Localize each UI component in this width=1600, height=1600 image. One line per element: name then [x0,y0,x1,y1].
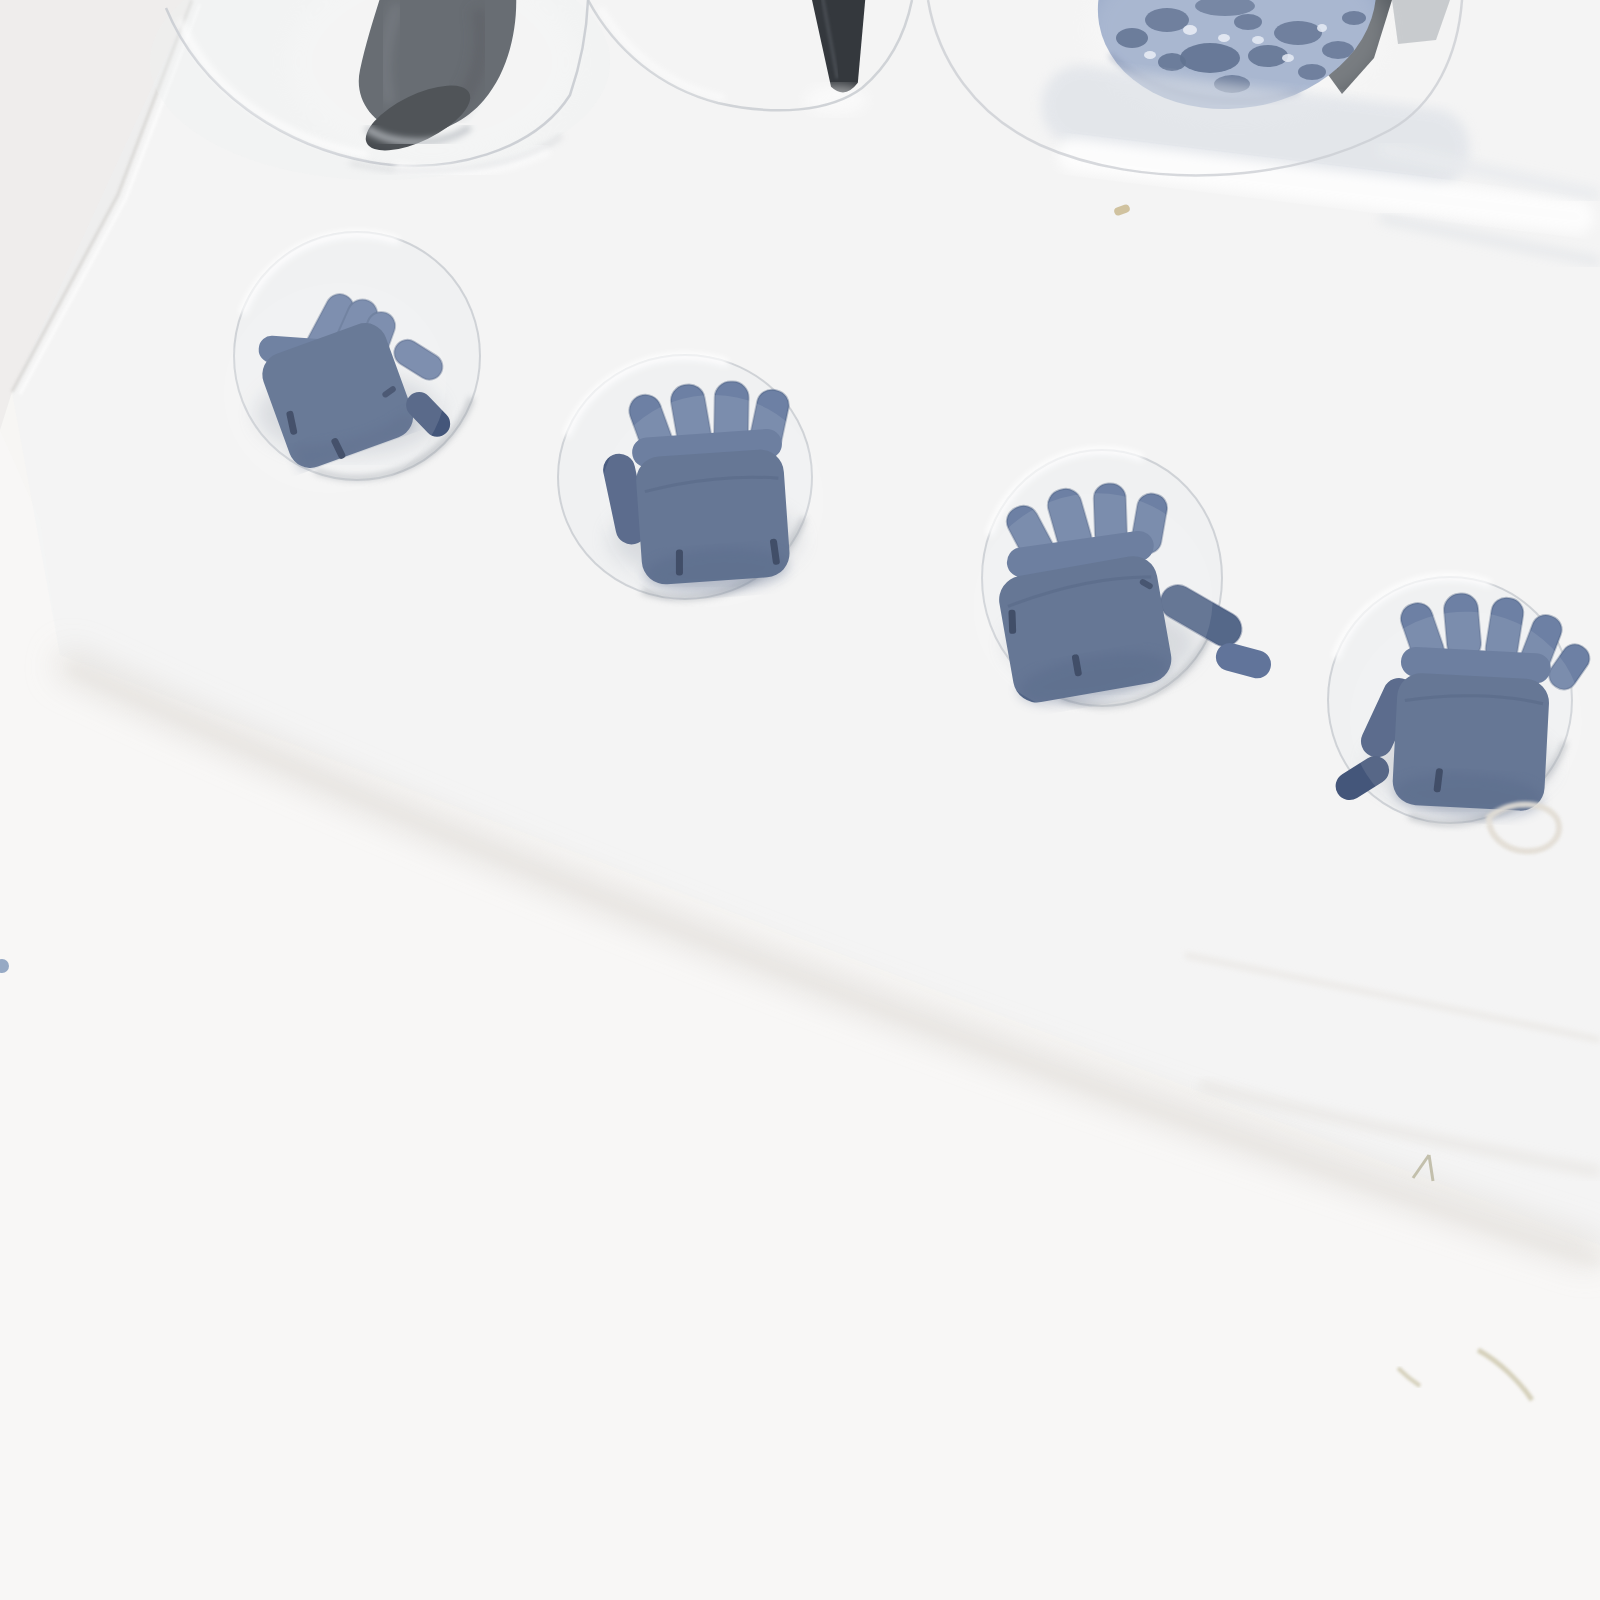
photo-stage [0,0,1600,1600]
